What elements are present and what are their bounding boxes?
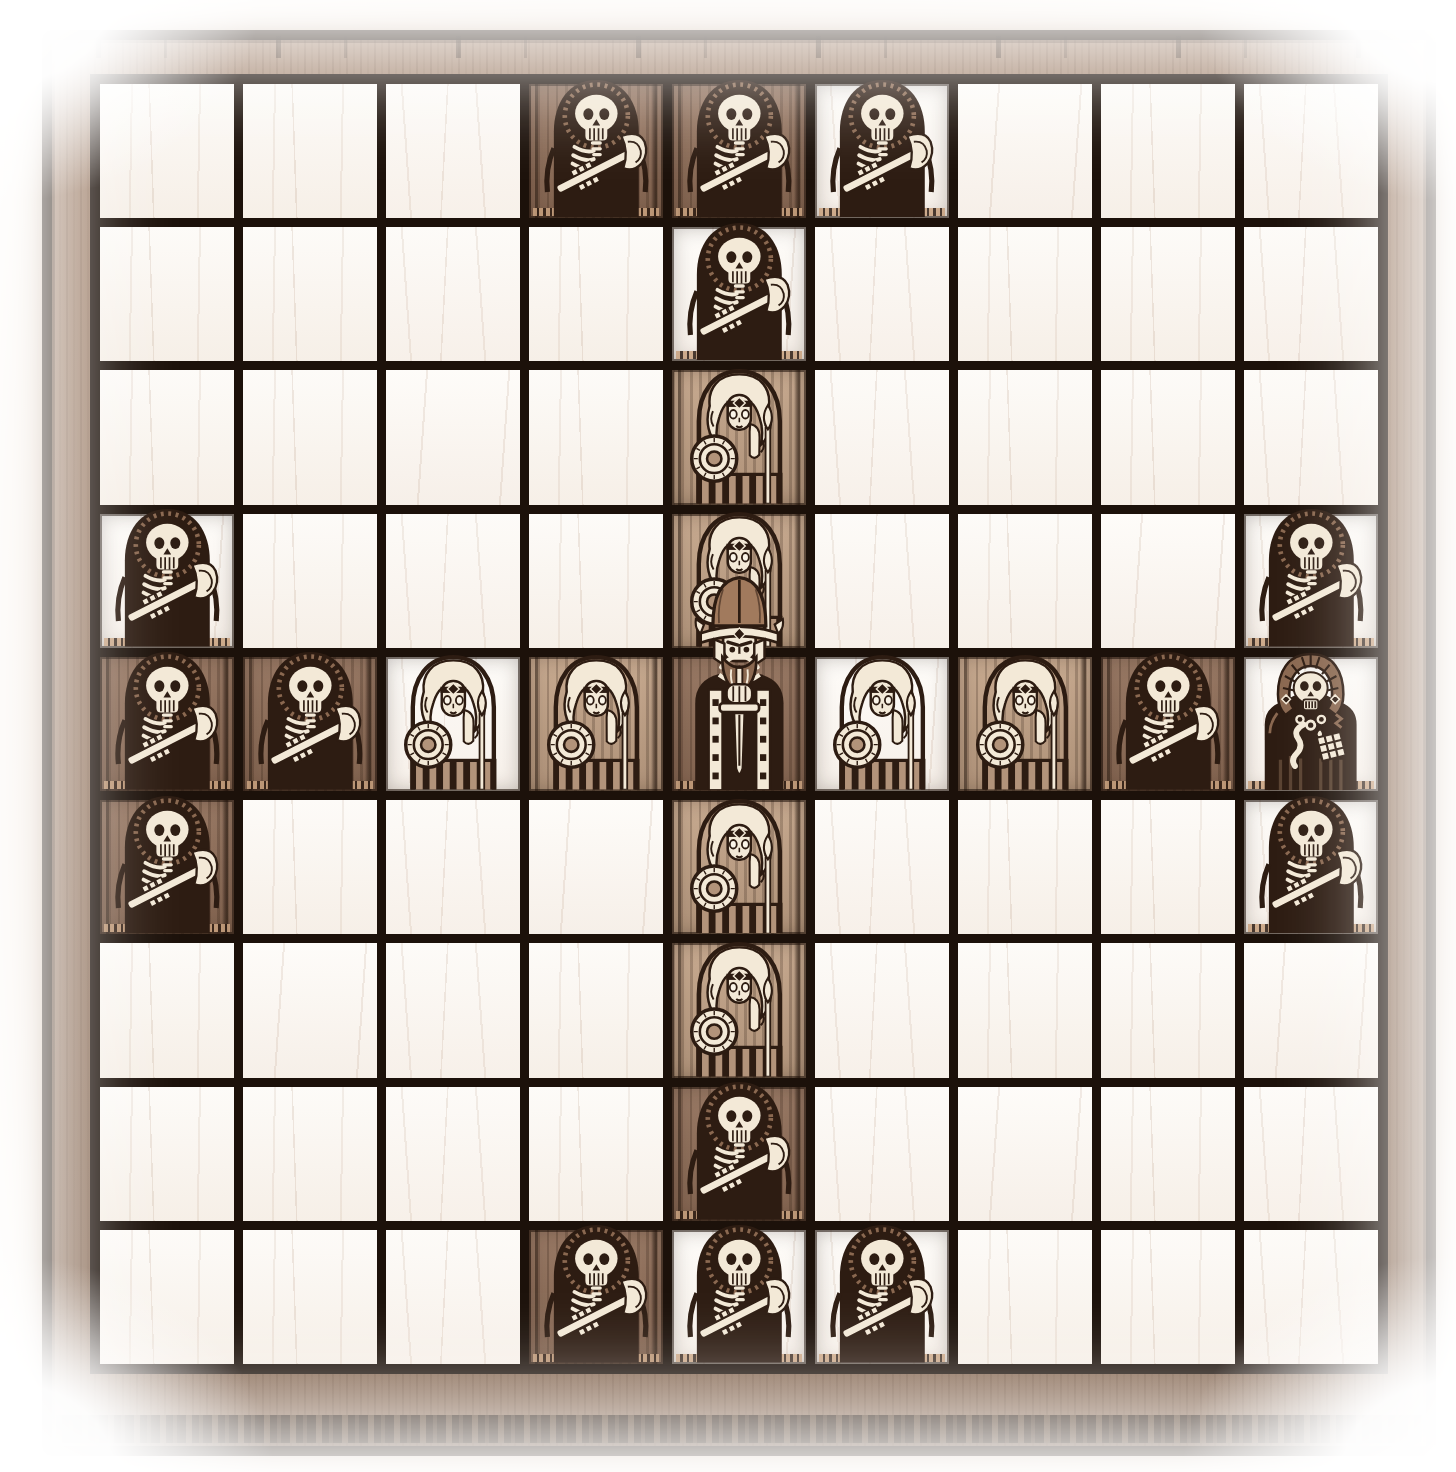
square-c7[interactable] xyxy=(386,370,520,504)
square-f4[interactable] xyxy=(815,800,949,934)
square-d8[interactable] xyxy=(529,227,663,361)
square-c8[interactable] xyxy=(386,227,520,361)
defender-piece[interactable] xyxy=(675,925,804,1077)
square-a8[interactable] xyxy=(100,227,234,361)
defender-piece[interactable] xyxy=(818,638,947,790)
square-i8[interactable] xyxy=(1244,227,1378,361)
square-c1[interactable] xyxy=(386,1230,520,1364)
shield-maiden-icon xyxy=(532,638,661,790)
square-b5[interactable] xyxy=(243,657,377,791)
square-b1[interactable] xyxy=(243,1230,377,1364)
attacker-piece[interactable] xyxy=(246,638,375,790)
square-a9[interactable] xyxy=(100,84,234,218)
square-f7[interactable] xyxy=(815,370,949,504)
square-g9[interactable] xyxy=(958,84,1092,218)
square-e1[interactable] xyxy=(672,1230,806,1364)
square-c4[interactable] xyxy=(386,800,520,934)
square-d9[interactable] xyxy=(529,84,663,218)
defender-piece[interactable] xyxy=(961,638,1090,790)
square-d2[interactable] xyxy=(529,1087,663,1221)
square-f3[interactable] xyxy=(815,943,949,1077)
square-h6[interactable] xyxy=(1101,514,1235,648)
square-d3[interactable] xyxy=(529,943,663,1077)
square-f8[interactable] xyxy=(815,227,949,361)
defender-piece[interactable] xyxy=(675,352,804,504)
square-g7[interactable] xyxy=(958,370,1092,504)
square-f2[interactable] xyxy=(815,1087,949,1221)
square-a4[interactable] xyxy=(100,800,234,934)
attacker-piece[interactable] xyxy=(818,66,947,218)
king-sword-icon xyxy=(667,562,812,790)
shield-maiden-icon xyxy=(675,352,804,504)
square-f6[interactable] xyxy=(815,514,949,648)
square-g2[interactable] xyxy=(958,1087,1092,1221)
skull-axe-icon xyxy=(675,209,804,361)
square-g5[interactable] xyxy=(958,657,1092,791)
attacker-piece[interactable] xyxy=(675,66,804,218)
square-d6[interactable] xyxy=(529,514,663,648)
skull-axe-icon xyxy=(1247,495,1376,647)
square-b6[interactable] xyxy=(243,514,377,648)
skull-axe-icon xyxy=(1104,638,1233,790)
square-c6[interactable] xyxy=(386,514,520,648)
square-h4[interactable] xyxy=(1101,800,1235,934)
square-e4[interactable] xyxy=(672,800,806,934)
skull-axe-icon xyxy=(103,495,232,647)
board-inner-frame xyxy=(90,74,1388,1374)
chief-piece[interactable] xyxy=(1245,649,1376,790)
square-c3[interactable] xyxy=(386,943,520,1077)
attacker-piece[interactable] xyxy=(818,1211,947,1363)
square-f5[interactable] xyxy=(815,657,949,791)
attacker-piece[interactable] xyxy=(103,495,232,647)
square-i4[interactable] xyxy=(1244,800,1378,934)
square-g6[interactable] xyxy=(958,514,1092,648)
square-b7[interactable] xyxy=(243,370,377,504)
square-i7[interactable] xyxy=(1244,370,1378,504)
attacker-piece[interactable] xyxy=(103,638,232,790)
attacker-piece[interactable] xyxy=(675,1211,804,1363)
square-h9[interactable] xyxy=(1101,84,1235,218)
shield-maiden-icon xyxy=(818,638,947,790)
square-c5[interactable] xyxy=(386,657,520,791)
skull-axe-icon xyxy=(246,638,375,790)
square-e5[interactable] xyxy=(672,657,806,791)
skull-axe-icon xyxy=(532,66,661,218)
square-a6[interactable] xyxy=(100,514,234,648)
defender-piece[interactable] xyxy=(675,782,804,934)
square-h8[interactable] xyxy=(1101,227,1235,361)
attacker-piece[interactable] xyxy=(675,1068,804,1220)
square-a3[interactable] xyxy=(100,943,234,1077)
square-e7[interactable] xyxy=(672,370,806,504)
square-d4[interactable] xyxy=(529,800,663,934)
shield-maiden-icon xyxy=(389,638,518,790)
square-f1[interactable] xyxy=(815,1230,949,1364)
square-h3[interactable] xyxy=(1101,943,1235,1077)
skull-axe-icon xyxy=(103,638,232,790)
board-scene xyxy=(0,0,1456,1472)
square-a2[interactable] xyxy=(100,1087,234,1221)
square-a1[interactable] xyxy=(100,1230,234,1364)
square-a5[interactable] xyxy=(100,657,234,791)
square-g8[interactable] xyxy=(958,227,1092,361)
attacker-piece[interactable] xyxy=(1104,638,1233,790)
square-g3[interactable] xyxy=(958,943,1092,1077)
skull-axe-icon xyxy=(532,1211,661,1363)
square-h2[interactable] xyxy=(1101,1087,1235,1221)
square-b4[interactable] xyxy=(243,800,377,934)
square-c9[interactable] xyxy=(386,84,520,218)
skull-axe-icon xyxy=(675,1211,804,1363)
square-g4[interactable] xyxy=(958,800,1092,934)
attacker-piece[interactable] xyxy=(532,66,661,218)
skull-axe-icon xyxy=(675,66,804,218)
square-i6[interactable] xyxy=(1244,514,1378,648)
square-i2[interactable] xyxy=(1244,1087,1378,1221)
square-i3[interactable] xyxy=(1244,943,1378,1077)
square-i1[interactable] xyxy=(1244,1230,1378,1364)
attacker-piece[interactable] xyxy=(103,782,232,934)
shield-maiden-icon xyxy=(675,925,804,1077)
attacker-piece[interactable] xyxy=(1247,495,1376,647)
attacker-piece[interactable] xyxy=(532,1211,661,1363)
square-b8[interactable] xyxy=(243,227,377,361)
attacker-piece[interactable] xyxy=(675,209,804,361)
square-e8[interactable] xyxy=(672,227,806,361)
square-h1[interactable] xyxy=(1101,1230,1235,1364)
square-g1[interactable] xyxy=(958,1230,1092,1364)
square-h5[interactable] xyxy=(1101,657,1235,791)
king-piece[interactable] xyxy=(667,562,812,790)
square-i9[interactable] xyxy=(1244,84,1378,218)
shield-maiden-icon xyxy=(961,638,1090,790)
square-b2[interactable] xyxy=(243,1087,377,1221)
attacker-piece[interactable] xyxy=(1247,782,1376,934)
skull-axe-icon xyxy=(818,66,947,218)
shield-maiden-icon xyxy=(675,782,804,934)
square-e3[interactable] xyxy=(672,943,806,1077)
skull-axe-icon xyxy=(675,1068,804,1220)
board-frame xyxy=(42,30,1436,1456)
tafl-board xyxy=(100,84,1378,1364)
skull-axe-icon xyxy=(103,782,232,934)
square-e2[interactable] xyxy=(672,1087,806,1221)
square-f9[interactable] xyxy=(815,84,949,218)
square-b3[interactable] xyxy=(243,943,377,1077)
defender-piece[interactable] xyxy=(389,638,518,790)
square-h7[interactable] xyxy=(1101,370,1235,504)
defender-piece[interactable] xyxy=(532,638,661,790)
square-i5[interactable] xyxy=(1244,657,1378,791)
square-c2[interactable] xyxy=(386,1087,520,1221)
square-d5[interactable] xyxy=(529,657,663,791)
square-a7[interactable] xyxy=(100,370,234,504)
square-d1[interactable] xyxy=(529,1230,663,1364)
square-d7[interactable] xyxy=(529,370,663,504)
shaman-skull-icon xyxy=(1245,649,1376,790)
skull-axe-icon xyxy=(818,1211,947,1363)
square-e9[interactable] xyxy=(672,84,806,218)
square-b9[interactable] xyxy=(243,84,377,218)
skull-axe-icon xyxy=(1247,782,1376,934)
